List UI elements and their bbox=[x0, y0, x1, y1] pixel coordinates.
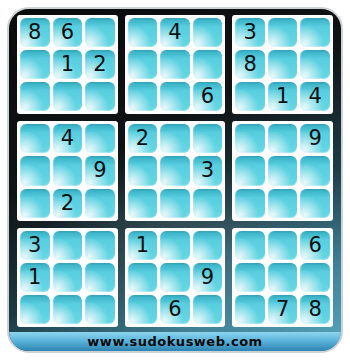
cell-r9c5[interactable]: 6 bbox=[160, 295, 190, 324]
cell-r5c5[interactable] bbox=[160, 156, 190, 185]
cell-r6c2[interactable]: 2 bbox=[53, 189, 83, 218]
cell-r7c3[interactable] bbox=[85, 231, 115, 260]
cell-r6c5[interactable] bbox=[160, 189, 190, 218]
cell-r9c8[interactable]: 7 bbox=[268, 295, 298, 324]
cell-r1c7[interactable]: 3 bbox=[235, 18, 265, 47]
cell-r8c8[interactable] bbox=[268, 263, 298, 292]
sudoku-box-6: 9 bbox=[232, 121, 333, 220]
cell-r4c2[interactable]: 4 bbox=[53, 124, 83, 153]
footer-url: www.sudokusweb.com bbox=[87, 334, 262, 349]
cell-r2c6[interactable] bbox=[193, 50, 223, 79]
cell-r9c7[interactable] bbox=[235, 295, 265, 324]
cell-r7c9[interactable]: 6 bbox=[300, 231, 330, 260]
cell-r8c5[interactable] bbox=[160, 263, 190, 292]
sudoku-box-3: 3814 bbox=[232, 15, 333, 114]
cell-r5c4[interactable] bbox=[128, 156, 158, 185]
cell-r9c6[interactable] bbox=[193, 295, 223, 324]
cell-r3c8[interactable]: 1 bbox=[268, 82, 298, 111]
sudoku-box-8: 196 bbox=[125, 228, 226, 327]
cell-r1c6[interactable] bbox=[193, 18, 223, 47]
cell-r2c7[interactable]: 8 bbox=[235, 50, 265, 79]
cell-r5c8[interactable] bbox=[268, 156, 298, 185]
cell-r7c8[interactable] bbox=[268, 231, 298, 260]
cell-r4c9[interactable]: 9 bbox=[300, 124, 330, 153]
cell-r1c4[interactable] bbox=[128, 18, 158, 47]
cell-r3c7[interactable] bbox=[235, 82, 265, 111]
sudoku-box-5: 23 bbox=[125, 121, 226, 220]
cell-r1c3[interactable] bbox=[85, 18, 115, 47]
cell-r6c3[interactable] bbox=[85, 189, 115, 218]
sudoku-box-1: 8612 bbox=[17, 15, 118, 114]
cell-r5c6[interactable]: 3 bbox=[193, 156, 223, 185]
cell-r6c8[interactable] bbox=[268, 189, 298, 218]
cell-r4c7[interactable] bbox=[235, 124, 265, 153]
cell-r6c1[interactable] bbox=[20, 189, 50, 218]
cell-r8c1[interactable]: 1 bbox=[20, 263, 50, 292]
cell-r7c6[interactable] bbox=[193, 231, 223, 260]
sudoku-box-7: 31 bbox=[17, 228, 118, 327]
cell-r8c6[interactable]: 9 bbox=[193, 263, 223, 292]
cell-r8c4[interactable] bbox=[128, 263, 158, 292]
cell-r8c3[interactable] bbox=[85, 263, 115, 292]
cell-r9c4[interactable] bbox=[128, 295, 158, 324]
cell-r9c9[interactable]: 8 bbox=[300, 295, 330, 324]
cell-r1c2[interactable]: 6 bbox=[53, 18, 83, 47]
cell-r9c3[interactable] bbox=[85, 295, 115, 324]
cell-r2c2[interactable]: 1 bbox=[53, 50, 83, 79]
cell-r2c8[interactable] bbox=[268, 50, 298, 79]
cell-r4c8[interactable] bbox=[268, 124, 298, 153]
cell-r7c1[interactable]: 3 bbox=[20, 231, 50, 260]
cell-r4c6[interactable] bbox=[193, 124, 223, 153]
cell-r4c1[interactable] bbox=[20, 124, 50, 153]
cell-r5c2[interactable] bbox=[53, 156, 83, 185]
cell-r1c1[interactable]: 8 bbox=[20, 18, 50, 47]
cell-r7c4[interactable]: 1 bbox=[128, 231, 158, 260]
cell-r8c9[interactable] bbox=[300, 263, 330, 292]
cell-r5c3[interactable]: 9 bbox=[85, 156, 115, 185]
cell-r1c9[interactable] bbox=[300, 18, 330, 47]
cell-r7c5[interactable] bbox=[160, 231, 190, 260]
cell-r7c7[interactable] bbox=[235, 231, 265, 260]
cell-r8c7[interactable] bbox=[235, 263, 265, 292]
cell-r3c6[interactable]: 6 bbox=[193, 82, 223, 111]
cell-r4c3[interactable] bbox=[85, 124, 115, 153]
cell-r5c9[interactable] bbox=[300, 156, 330, 185]
cell-r4c4[interactable]: 2 bbox=[128, 124, 158, 153]
cell-r3c1[interactable] bbox=[20, 82, 50, 111]
cell-r8c2[interactable] bbox=[53, 263, 83, 292]
cell-r2c1[interactable] bbox=[20, 50, 50, 79]
cell-r2c3[interactable]: 2 bbox=[85, 50, 115, 79]
cell-r5c7[interactable] bbox=[235, 156, 265, 185]
cell-r6c4[interactable] bbox=[128, 189, 158, 218]
cell-r6c7[interactable] bbox=[235, 189, 265, 218]
cell-r1c8[interactable] bbox=[268, 18, 298, 47]
cell-r3c3[interactable] bbox=[85, 82, 115, 111]
cell-r1c5[interactable]: 4 bbox=[160, 18, 190, 47]
sudoku-board: 861246381449223931196678 bbox=[9, 9, 341, 332]
sudoku-box-9: 678 bbox=[232, 228, 333, 327]
cell-r3c4[interactable] bbox=[128, 82, 158, 111]
cell-r3c2[interactable] bbox=[53, 82, 83, 111]
cell-r5c1[interactable] bbox=[20, 156, 50, 185]
cell-r2c9[interactable] bbox=[300, 50, 330, 79]
cell-r9c1[interactable] bbox=[20, 295, 50, 324]
sudoku-plaque: 861246381449223931196678 www.sudokusweb.… bbox=[7, 7, 343, 353]
cell-r4c5[interactable] bbox=[160, 124, 190, 153]
sudoku-box-2: 46 bbox=[125, 15, 226, 114]
cell-r9c2[interactable] bbox=[53, 295, 83, 324]
cell-r6c6[interactable] bbox=[193, 189, 223, 218]
cell-r6c9[interactable] bbox=[300, 189, 330, 218]
cell-r2c5[interactable] bbox=[160, 50, 190, 79]
cell-r7c2[interactable] bbox=[53, 231, 83, 260]
cell-r2c4[interactable] bbox=[128, 50, 158, 79]
cell-r3c5[interactable] bbox=[160, 82, 190, 111]
footer-bar: www.sudokusweb.com bbox=[9, 332, 341, 351]
sudoku-box-4: 492 bbox=[17, 121, 118, 220]
cell-r3c9[interactable]: 4 bbox=[300, 82, 330, 111]
